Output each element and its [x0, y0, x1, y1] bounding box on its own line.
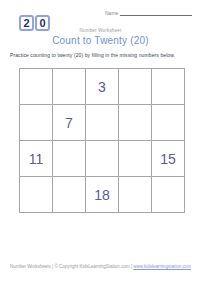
grid-cell-empty[interactable] [152, 105, 185, 141]
grid-cell-given: 3 [86, 69, 119, 105]
grid-cell-empty[interactable] [119, 105, 152, 141]
grid-cell-empty[interactable] [20, 105, 53, 141]
grid-cell-empty[interactable] [86, 105, 119, 141]
grid-cell-empty[interactable] [152, 69, 185, 105]
grid-cell-empty[interactable] [119, 141, 152, 177]
grid-cell-empty[interactable] [86, 141, 119, 177]
name-fill-line[interactable] [120, 9, 192, 16]
grid-cell-empty[interactable] [53, 69, 86, 105]
name-label: Name [105, 10, 118, 16]
grid-cell-given: 7 [53, 105, 86, 141]
grid-cell-given: 15 [152, 141, 185, 177]
grid-cell-empty[interactable] [119, 177, 152, 213]
grid-cell-empty[interactable] [53, 141, 86, 177]
grid-cell-empty[interactable] [152, 177, 185, 213]
grid-cell-empty[interactable] [20, 177, 53, 213]
page-title: Count to Twenty (20) [0, 35, 201, 46]
footer: Number Worksheets | © Copyright KidsLear… [0, 264, 201, 269]
header: Number Worksheet Count to Twenty (20) [0, 28, 201, 46]
number-grid: 37111518 [19, 68, 185, 213]
grid-cell-given: 18 [86, 177, 119, 213]
grid-cell-empty[interactable] [53, 177, 86, 213]
grid-cell-empty[interactable] [119, 69, 152, 105]
instruction-text: Practice counting to twenty (20) by fill… [10, 52, 192, 58]
worksheet-subtitle: Number Worksheet [0, 28, 201, 33]
footer-link[interactable]: www.kidslearningstation.com [133, 264, 191, 269]
grid-cell-empty[interactable] [20, 69, 53, 105]
name-row: Name [105, 9, 192, 16]
grid-cell-given: 11 [20, 141, 53, 177]
footer-text: Number Worksheets | © Copyright KidsLear… [10, 264, 133, 269]
